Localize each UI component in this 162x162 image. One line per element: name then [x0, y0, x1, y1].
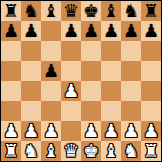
piece-black-pawn[interactable]: ♟	[143, 21, 159, 41]
piece-black-pawn[interactable]: ♟	[123, 21, 139, 41]
square-g5[interactable]	[121, 61, 141, 81]
piece-black-bishop[interactable]: ♝	[43, 1, 59, 21]
square-a1[interactable]: ♜	[1, 141, 21, 161]
square-g4[interactable]	[121, 81, 141, 101]
square-f7[interactable]: ♟	[101, 21, 121, 41]
piece-black-pawn[interactable]: ♟	[3, 21, 19, 41]
square-c6[interactable]	[41, 41, 61, 61]
square-h7[interactable]: ♟	[141, 21, 161, 41]
square-c3[interactable]	[41, 101, 61, 121]
piece-black-pawn[interactable]: ♟	[63, 21, 79, 41]
square-b4[interactable]	[21, 81, 41, 101]
piece-black-king[interactable]: ♚	[83, 1, 99, 21]
piece-black-knight[interactable]: ♞	[23, 1, 39, 21]
square-b6[interactable]	[21, 41, 41, 61]
square-e5[interactable]	[81, 61, 101, 81]
square-a6[interactable]	[1, 41, 21, 61]
square-h8[interactable]: ♜	[141, 1, 161, 21]
square-h2[interactable]: ♟	[141, 121, 161, 141]
square-h5[interactable]	[141, 61, 161, 81]
piece-white-knight[interactable]: ♞	[23, 141, 39, 161]
square-d4[interactable]: ♟	[61, 81, 81, 101]
square-d6[interactable]	[61, 41, 81, 61]
piece-black-bishop[interactable]: ♝	[103, 1, 119, 21]
square-h6[interactable]	[141, 41, 161, 61]
square-a8[interactable]: ♜	[1, 1, 21, 21]
square-f1[interactable]: ♝	[101, 141, 121, 161]
piece-white-bishop[interactable]: ♝	[43, 141, 59, 161]
piece-white-knight[interactable]: ♞	[123, 141, 139, 161]
square-a7[interactable]: ♟	[1, 21, 21, 41]
square-c7[interactable]	[41, 21, 61, 41]
piece-white-pawn[interactable]: ♟	[83, 121, 99, 141]
square-f5[interactable]	[101, 61, 121, 81]
square-b7[interactable]: ♟	[21, 21, 41, 41]
piece-black-knight[interactable]: ♞	[123, 1, 139, 21]
piece-white-queen[interactable]: ♛	[63, 141, 79, 161]
square-h1[interactable]: ♜	[141, 141, 161, 161]
piece-black-pawn[interactable]: ♟	[83, 21, 99, 41]
square-g2[interactable]: ♟	[121, 121, 141, 141]
square-a3[interactable]	[1, 101, 21, 121]
piece-black-pawn[interactable]: ♟	[103, 21, 119, 41]
square-f3[interactable]	[101, 101, 121, 121]
chess-board: ♜♞♝♛♚♝♞♜♟♟♟♟♟♟♟♟♟♟♟♟♟♟♟♟♜♞♝♛♚♝♞♜	[0, 0, 162, 162]
square-f6[interactable]	[101, 41, 121, 61]
square-a4[interactable]	[1, 81, 21, 101]
square-f2[interactable]: ♟	[101, 121, 121, 141]
piece-black-rook[interactable]: ♜	[3, 1, 19, 21]
square-f8[interactable]: ♝	[101, 1, 121, 21]
square-c5[interactable]: ♟	[41, 61, 61, 81]
piece-black-pawn[interactable]: ♟	[43, 61, 59, 81]
square-d5[interactable]	[61, 61, 81, 81]
square-e1[interactable]: ♚	[81, 141, 101, 161]
square-c8[interactable]: ♝	[41, 1, 61, 21]
square-b8[interactable]: ♞	[21, 1, 41, 21]
square-b5[interactable]	[21, 61, 41, 81]
square-b3[interactable]	[21, 101, 41, 121]
square-c2[interactable]: ♟	[41, 121, 61, 141]
square-f4[interactable]	[101, 81, 121, 101]
piece-white-rook[interactable]: ♜	[3, 141, 19, 161]
square-g1[interactable]: ♞	[121, 141, 141, 161]
square-h3[interactable]	[141, 101, 161, 121]
square-e3[interactable]	[81, 101, 101, 121]
square-b2[interactable]: ♟	[21, 121, 41, 141]
piece-black-queen[interactable]: ♛	[63, 1, 79, 21]
piece-white-pawn[interactable]: ♟	[123, 121, 139, 141]
piece-white-rook[interactable]: ♜	[143, 141, 159, 161]
piece-black-rook[interactable]: ♜	[143, 1, 159, 21]
square-d2[interactable]	[61, 121, 81, 141]
piece-white-bishop[interactable]: ♝	[103, 141, 119, 161]
square-e8[interactable]: ♚	[81, 1, 101, 21]
piece-white-pawn[interactable]: ♟	[63, 81, 79, 101]
square-c4[interactable]	[41, 81, 61, 101]
square-e7[interactable]: ♟	[81, 21, 101, 41]
piece-white-king[interactable]: ♚	[83, 141, 99, 161]
piece-white-pawn[interactable]: ♟	[23, 121, 39, 141]
square-h4[interactable]	[141, 81, 161, 101]
square-a2[interactable]: ♟	[1, 121, 21, 141]
piece-white-pawn[interactable]: ♟	[143, 121, 159, 141]
square-c1[interactable]: ♝	[41, 141, 61, 161]
square-d7[interactable]: ♟	[61, 21, 81, 41]
piece-black-pawn[interactable]: ♟	[23, 21, 39, 41]
square-d1[interactable]: ♛	[61, 141, 81, 161]
square-e4[interactable]	[81, 81, 101, 101]
square-b1[interactable]: ♞	[21, 141, 41, 161]
square-g6[interactable]	[121, 41, 141, 61]
square-e2[interactable]: ♟	[81, 121, 101, 141]
piece-white-pawn[interactable]: ♟	[43, 121, 59, 141]
piece-white-pawn[interactable]: ♟	[3, 121, 19, 141]
square-g7[interactable]: ♟	[121, 21, 141, 41]
square-d3[interactable]	[61, 101, 81, 121]
square-d8[interactable]: ♛	[61, 1, 81, 21]
square-e6[interactable]	[81, 41, 101, 61]
square-g8[interactable]: ♞	[121, 1, 141, 21]
square-g3[interactable]	[121, 101, 141, 121]
piece-white-pawn[interactable]: ♟	[103, 121, 119, 141]
square-a5[interactable]	[1, 61, 21, 81]
